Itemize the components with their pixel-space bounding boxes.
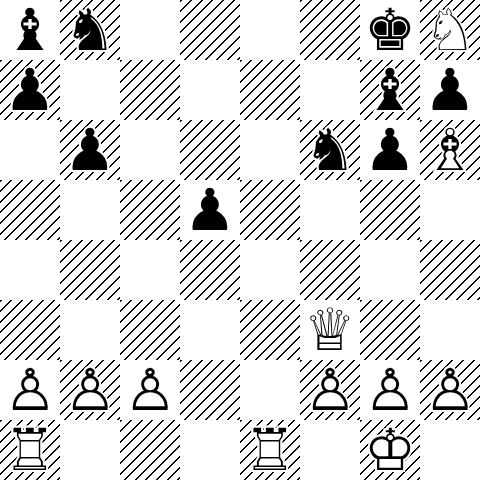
square-g7[interactable]: ♝♝ bbox=[360, 60, 420, 120]
square-c2[interactable]: ♟♙ bbox=[120, 360, 180, 420]
piece-white-pawn[interactable]: ♟♙ bbox=[60, 360, 120, 420]
square-h5[interactable] bbox=[420, 180, 480, 240]
square-c3[interactable] bbox=[120, 300, 180, 360]
piece-glyph: ♟ bbox=[420, 60, 480, 120]
square-b7[interactable] bbox=[60, 60, 120, 120]
square-b3[interactable] bbox=[60, 300, 120, 360]
piece-white-pawn[interactable]: ♟♙ bbox=[0, 360, 60, 420]
piece-glyph: ♟ bbox=[180, 180, 240, 240]
square-g6[interactable]: ♟♟ bbox=[360, 120, 420, 180]
square-g1[interactable]: ♚♔ bbox=[360, 420, 420, 480]
square-g3[interactable] bbox=[360, 300, 420, 360]
square-d6[interactable] bbox=[180, 120, 240, 180]
square-e5[interactable] bbox=[240, 180, 300, 240]
piece-white-rook[interactable]: ♜♖ bbox=[0, 420, 60, 480]
piece-glyph: ♘ bbox=[420, 0, 480, 60]
square-d5[interactable]: ♟♟ bbox=[180, 180, 240, 240]
square-f6[interactable]: ♞♞ bbox=[300, 120, 360, 180]
piece-glyph: ♖ bbox=[0, 420, 60, 480]
square-e7[interactable] bbox=[240, 60, 300, 120]
square-a8[interactable]: ♝♝ bbox=[0, 0, 60, 60]
piece-glyph: ♖ bbox=[240, 420, 300, 480]
square-g8[interactable]: ♚♚ bbox=[360, 0, 420, 60]
piece-white-pawn[interactable]: ♟♙ bbox=[360, 360, 420, 420]
square-e6[interactable] bbox=[240, 120, 300, 180]
piece-glyph: ♝ bbox=[0, 0, 60, 60]
square-a3[interactable] bbox=[0, 300, 60, 360]
square-b1[interactable] bbox=[60, 420, 120, 480]
square-f7[interactable] bbox=[300, 60, 360, 120]
square-e8[interactable] bbox=[240, 0, 300, 60]
piece-white-knight[interactable]: ♞♘ bbox=[420, 0, 480, 60]
piece-black-pawn[interactable]: ♟♟ bbox=[360, 120, 420, 180]
square-a5[interactable] bbox=[0, 180, 60, 240]
piece-black-pawn[interactable]: ♟♟ bbox=[180, 180, 240, 240]
square-f3[interactable]: ♛♕ bbox=[300, 300, 360, 360]
square-h7[interactable]: ♟♟ bbox=[420, 60, 480, 120]
piece-glyph: ♞ bbox=[300, 120, 360, 180]
square-h1[interactable] bbox=[420, 420, 480, 480]
square-b8[interactable]: ♞♞ bbox=[60, 0, 120, 60]
square-b6[interactable]: ♟♟ bbox=[60, 120, 120, 180]
square-d7[interactable] bbox=[180, 60, 240, 120]
square-e2[interactable] bbox=[240, 360, 300, 420]
square-h4[interactable] bbox=[420, 240, 480, 300]
square-h2[interactable]: ♟♙ bbox=[420, 360, 480, 420]
piece-white-pawn[interactable]: ♟♙ bbox=[420, 360, 480, 420]
square-d4[interactable] bbox=[180, 240, 240, 300]
square-b2[interactable]: ♟♙ bbox=[60, 360, 120, 420]
square-e4[interactable] bbox=[240, 240, 300, 300]
piece-white-bishop[interactable]: ♝♗ bbox=[420, 120, 480, 180]
piece-glyph: ♔ bbox=[360, 420, 420, 480]
square-a6[interactable] bbox=[0, 120, 60, 180]
piece-glyph: ♗ bbox=[420, 120, 480, 180]
square-a2[interactable]: ♟♙ bbox=[0, 360, 60, 420]
piece-black-pawn[interactable]: ♟♟ bbox=[60, 120, 120, 180]
square-d8[interactable] bbox=[180, 0, 240, 60]
square-f8[interactable] bbox=[300, 0, 360, 60]
piece-white-rook[interactable]: ♜♖ bbox=[240, 420, 300, 480]
piece-black-knight[interactable]: ♞♞ bbox=[300, 120, 360, 180]
square-c7[interactable] bbox=[120, 60, 180, 120]
piece-white-pawn[interactable]: ♟♙ bbox=[300, 360, 360, 420]
square-a7[interactable]: ♟♟ bbox=[0, 60, 60, 120]
piece-glyph: ♕ bbox=[300, 300, 360, 360]
square-c1[interactable] bbox=[120, 420, 180, 480]
chess-board: ♝♝♞♞♚♚♞♘♟♟♝♝♟♟♟♟♞♞♟♟♝♗♟♟♛♕♟♙♟♙♟♙♟♙♟♙♟♙♜♖… bbox=[0, 0, 480, 480]
square-d1[interactable] bbox=[180, 420, 240, 480]
square-e1[interactable]: ♜♖ bbox=[240, 420, 300, 480]
piece-glyph: ♞ bbox=[60, 0, 120, 60]
square-a1[interactable]: ♜♖ bbox=[0, 420, 60, 480]
piece-black-pawn[interactable]: ♟♟ bbox=[0, 60, 60, 120]
piece-glyph: ♙ bbox=[60, 360, 120, 420]
piece-black-bishop[interactable]: ♝♝ bbox=[0, 0, 60, 60]
piece-glyph: ♙ bbox=[0, 360, 60, 420]
square-h6[interactable]: ♝♗ bbox=[420, 120, 480, 180]
piece-black-bishop[interactable]: ♝♝ bbox=[360, 60, 420, 120]
piece-glyph: ♙ bbox=[360, 360, 420, 420]
piece-white-pawn[interactable]: ♟♙ bbox=[120, 360, 180, 420]
square-f4[interactable] bbox=[300, 240, 360, 300]
square-g5[interactable] bbox=[360, 180, 420, 240]
piece-black-king[interactable]: ♚♚ bbox=[360, 0, 420, 60]
square-b5[interactable] bbox=[60, 180, 120, 240]
square-h3[interactable] bbox=[420, 300, 480, 360]
square-c8[interactable] bbox=[120, 0, 180, 60]
square-f5[interactable] bbox=[300, 180, 360, 240]
square-c6[interactable] bbox=[120, 120, 180, 180]
piece-black-pawn[interactable]: ♟♟ bbox=[420, 60, 480, 120]
square-f2[interactable]: ♟♙ bbox=[300, 360, 360, 420]
piece-glyph: ♙ bbox=[300, 360, 360, 420]
piece-glyph: ♙ bbox=[120, 360, 180, 420]
piece-glyph: ♟ bbox=[60, 120, 120, 180]
square-g4[interactable] bbox=[360, 240, 420, 300]
piece-white-king[interactable]: ♚♔ bbox=[360, 420, 420, 480]
piece-white-queen[interactable]: ♛♕ bbox=[300, 300, 360, 360]
square-b4[interactable] bbox=[60, 240, 120, 300]
piece-glyph: ♟ bbox=[360, 120, 420, 180]
square-c4[interactable] bbox=[120, 240, 180, 300]
square-e3[interactable] bbox=[240, 300, 300, 360]
square-d2[interactable] bbox=[180, 360, 240, 420]
square-c5[interactable] bbox=[120, 180, 180, 240]
piece-glyph: ♟ bbox=[0, 60, 60, 120]
square-f1[interactable] bbox=[300, 420, 360, 480]
square-g2[interactable]: ♟♙ bbox=[360, 360, 420, 420]
square-d3[interactable] bbox=[180, 300, 240, 360]
piece-glyph: ♝ bbox=[360, 60, 420, 120]
square-a4[interactable] bbox=[0, 240, 60, 300]
piece-glyph: ♚ bbox=[360, 0, 420, 60]
piece-black-knight[interactable]: ♞♞ bbox=[60, 0, 120, 60]
piece-glyph: ♙ bbox=[420, 360, 480, 420]
square-h8[interactable]: ♞♘ bbox=[420, 0, 480, 60]
